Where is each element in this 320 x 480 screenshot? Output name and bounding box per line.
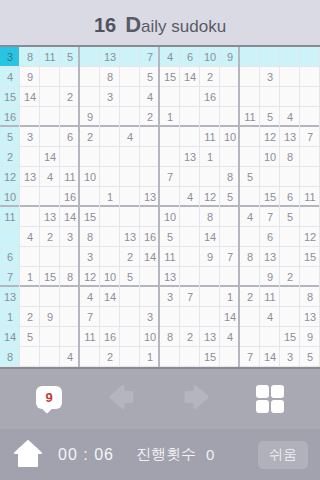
cell-r15c16[interactable]: 9 bbox=[300, 327, 320, 347]
cell-r6c14[interactable]: 10 bbox=[260, 147, 280, 167]
cell-r10c7[interactable]: 13 bbox=[120, 227, 140, 247]
cell-r8c3[interactable] bbox=[40, 187, 60, 207]
cell-r16c15[interactable]: 3 bbox=[280, 347, 300, 367]
cell-r9c5[interactable]: 15 bbox=[80, 207, 100, 227]
cell-r7c3[interactable]: 4 bbox=[40, 167, 60, 187]
cell-r5c11[interactable]: 11 bbox=[200, 127, 220, 147]
cell-r11c3[interactable] bbox=[40, 247, 60, 267]
cell-r15c8[interactable]: 10 bbox=[140, 327, 160, 347]
cell-r12c7[interactable]: 5 bbox=[120, 267, 140, 287]
cell-r10c4[interactable]: 3 bbox=[60, 227, 80, 247]
cell-r16c3[interactable] bbox=[40, 347, 60, 367]
cell-r7c1[interactable]: 12 bbox=[0, 167, 20, 187]
cell-r11c6[interactable] bbox=[100, 247, 120, 267]
cell-r13c7[interactable] bbox=[120, 287, 140, 307]
cell-r14c5[interactable]: 7 bbox=[80, 307, 100, 327]
cell-r6c12[interactable] bbox=[220, 147, 240, 167]
cell-r11c9[interactable]: 11 bbox=[160, 247, 180, 267]
cell-r1c2[interactable]: 8 bbox=[20, 47, 40, 67]
cell-r9c3[interactable]: 13 bbox=[40, 207, 60, 227]
page-title: 16 D aily sudoku bbox=[94, 12, 226, 38]
cell-r14c2[interactable]: 2 bbox=[20, 307, 40, 327]
cell-r10c13[interactable] bbox=[240, 227, 260, 247]
cell-r6c8[interactable] bbox=[140, 147, 160, 167]
cell-r5c7[interactable]: 4 bbox=[120, 127, 140, 147]
cell-r9c9[interactable]: 10 bbox=[160, 207, 180, 227]
cell-r16c13[interactable]: 7 bbox=[240, 347, 260, 367]
cell-r7c13[interactable]: 5 bbox=[240, 167, 260, 187]
cell-r7c4[interactable]: 11 bbox=[60, 167, 80, 187]
cell-r15c14[interactable] bbox=[260, 327, 280, 347]
arrow-left-icon bbox=[108, 383, 136, 415]
cell-r2c14[interactable]: 3 bbox=[260, 67, 280, 87]
cell-r6c7[interactable] bbox=[120, 147, 140, 167]
cell-r3c15[interactable] bbox=[280, 87, 300, 107]
cell-r5c10[interactable] bbox=[180, 127, 200, 147]
cell-r2c1[interactable]: 4 bbox=[0, 67, 20, 87]
cell-r16c9[interactable] bbox=[160, 347, 180, 367]
cell-r13c13[interactable]: 2 bbox=[240, 287, 260, 307]
cell-r16c7[interactable] bbox=[120, 347, 140, 367]
cell-r5c4[interactable]: 6 bbox=[60, 127, 80, 147]
cell-r14c4[interactable] bbox=[60, 307, 80, 327]
cell-r14c13[interactable] bbox=[240, 307, 260, 327]
cell-r16c5[interactable] bbox=[80, 347, 100, 367]
cell-r3c6[interactable]: 3 bbox=[100, 87, 120, 107]
cell-r10c1[interactable] bbox=[0, 227, 20, 247]
cell-r11c2[interactable] bbox=[20, 247, 40, 267]
cell-r5c13[interactable] bbox=[240, 127, 260, 147]
cell-r16c10[interactable] bbox=[180, 347, 200, 367]
cell-r6c2[interactable] bbox=[20, 147, 40, 167]
cell-r12c12[interactable] bbox=[220, 267, 240, 287]
cell-r11c13[interactable]: 8 bbox=[240, 247, 260, 267]
cell-r12c10[interactable] bbox=[180, 267, 200, 287]
cell-r8c8[interactable]: 13 bbox=[140, 187, 160, 207]
home-button[interactable] bbox=[12, 439, 44, 471]
cell-r7c7[interactable] bbox=[120, 167, 140, 187]
cell-r12c5[interactable]: 12 bbox=[80, 267, 100, 287]
cell-r6c10[interactable]: 13 bbox=[180, 147, 200, 167]
cell-r1c7[interactable] bbox=[120, 47, 140, 67]
app-header: 16 D aily sudoku bbox=[0, 0, 320, 45]
cell-r3c4[interactable]: 2 bbox=[60, 87, 80, 107]
cell-r2c6[interactable]: 8 bbox=[100, 67, 120, 87]
cell-r13c14[interactable]: 11 bbox=[260, 287, 280, 307]
cell-r10c8[interactable]: 16 bbox=[140, 227, 160, 247]
cell-r8c9[interactable] bbox=[160, 187, 180, 207]
cell-r12c4[interactable]: 8 bbox=[60, 267, 80, 287]
cell-r11c11[interactable]: 9 bbox=[200, 247, 220, 267]
cell-r14c14[interactable]: 4 bbox=[260, 307, 280, 327]
cell-r2c5[interactable] bbox=[80, 67, 100, 87]
cell-r1c8[interactable]: 7 bbox=[140, 47, 160, 67]
cell-r3c12[interactable] bbox=[220, 87, 240, 107]
cell-r3c9[interactable] bbox=[160, 87, 180, 107]
cell-r9c13[interactable]: 4 bbox=[240, 207, 260, 227]
cell-r1c5[interactable] bbox=[80, 47, 100, 67]
cell-r5c15[interactable]: 13 bbox=[280, 127, 300, 147]
cell-r15c10[interactable]: 2 bbox=[180, 327, 200, 347]
cell-r8c7[interactable] bbox=[120, 187, 140, 207]
title-rest: aily sudoku bbox=[141, 17, 226, 37]
cell-r9c10[interactable] bbox=[180, 207, 200, 227]
cell-r16c12[interactable] bbox=[220, 347, 240, 367]
cell-r6c3[interactable]: 14 bbox=[40, 147, 60, 167]
cell-r4c4[interactable] bbox=[60, 107, 80, 127]
cell-r1c4[interactable]: 5 bbox=[60, 47, 80, 67]
cell-r1c13[interactable] bbox=[240, 47, 260, 67]
cell-r11c12[interactable]: 7 bbox=[220, 247, 240, 267]
cell-r11c1[interactable]: 6 bbox=[0, 247, 20, 267]
cell-r13c10[interactable]: 7 bbox=[180, 287, 200, 307]
redo-arrow-button[interactable] bbox=[182, 385, 210, 413]
cell-r4c13[interactable]: 11 bbox=[240, 107, 260, 127]
cell-r2c13[interactable] bbox=[240, 67, 260, 87]
cell-r4c7[interactable] bbox=[120, 107, 140, 127]
cell-r12c15[interactable]: 2 bbox=[280, 267, 300, 287]
cell-r1c1[interactable]: 3 bbox=[0, 47, 20, 67]
cell-r4c8[interactable]: 2 bbox=[140, 107, 160, 127]
cell-r4c5[interactable]: 9 bbox=[80, 107, 100, 127]
cell-r5c1[interactable]: 5 bbox=[0, 127, 20, 147]
cell-r1c10[interactable]: 6 bbox=[180, 47, 200, 67]
cell-r1c9[interactable]: 4 bbox=[160, 47, 180, 67]
cell-r7c5[interactable]: 10 bbox=[80, 167, 100, 187]
cell-r10c2[interactable]: 4 bbox=[20, 227, 40, 247]
cell-r12c16[interactable] bbox=[300, 267, 320, 287]
cell-r3c1[interactable]: 15 bbox=[0, 87, 20, 107]
cell-r1c6[interactable]: 13 bbox=[100, 47, 120, 67]
cell-r4c6[interactable] bbox=[100, 107, 120, 127]
cell-r4c9[interactable]: 1 bbox=[160, 107, 180, 127]
cell-r5c12[interactable]: 10 bbox=[220, 127, 240, 147]
cell-r14c8[interactable]: 3 bbox=[140, 307, 160, 327]
cell-r2c9[interactable]: 15 bbox=[160, 67, 180, 87]
cell-r12c8[interactable] bbox=[140, 267, 160, 287]
cell-r15c15[interactable]: 15 bbox=[280, 327, 300, 347]
cell-r10c3[interactable]: 2 bbox=[40, 227, 60, 247]
cell-r16c2[interactable] bbox=[20, 347, 40, 367]
undo-arrow-button[interactable] bbox=[108, 385, 136, 413]
cell-r14c12[interactable]: 14 bbox=[220, 307, 240, 327]
cell-r14c6[interactable] bbox=[100, 307, 120, 327]
cell-r13c6[interactable]: 14 bbox=[100, 287, 120, 307]
cell-r11c16[interactable]: 15 bbox=[300, 247, 320, 267]
cell-r6c11[interactable]: 1 bbox=[200, 147, 220, 167]
cell-r11c14[interactable]: 13 bbox=[260, 247, 280, 267]
cell-r7c6[interactable] bbox=[100, 167, 120, 187]
cell-r15c4[interactable] bbox=[60, 327, 80, 347]
cell-r8c11[interactable]: 12 bbox=[200, 187, 220, 207]
timer-text: 00 : 06 bbox=[58, 446, 114, 464]
cell-r7c2[interactable]: 13 bbox=[20, 167, 40, 187]
cell-r7c16[interactable] bbox=[300, 167, 320, 187]
cell-r16c4[interactable]: 4 bbox=[60, 347, 80, 367]
cell-r1c12[interactable]: 9 bbox=[220, 47, 240, 67]
cell-r12c1[interactable]: 7 bbox=[0, 267, 20, 287]
toolbar: 9 bbox=[0, 369, 320, 429]
cell-r4c1[interactable]: 16 bbox=[0, 107, 20, 127]
grid-2x2-icon bbox=[256, 385, 269, 398]
cell-r9c7[interactable] bbox=[120, 207, 140, 227]
cell-r3c13[interactable] bbox=[240, 87, 260, 107]
cell-r4c14[interactable]: 5 bbox=[260, 107, 280, 127]
cell-r8c14[interactable]: 15 bbox=[260, 187, 280, 207]
cell-r10c14[interactable]: 6 bbox=[260, 227, 280, 247]
cell-r12c6[interactable]: 10 bbox=[100, 267, 120, 287]
cell-r5c9[interactable] bbox=[160, 127, 180, 147]
cell-r2c7[interactable] bbox=[120, 67, 140, 87]
cell-r10c12[interactable] bbox=[220, 227, 240, 247]
cell-r9c6[interactable] bbox=[100, 207, 120, 227]
cell-r15c5[interactable]: 11 bbox=[80, 327, 100, 347]
cell-r13c9[interactable]: 3 bbox=[160, 287, 180, 307]
cell-r8c5[interactable] bbox=[80, 187, 100, 207]
cell-r13c5[interactable]: 4 bbox=[80, 287, 100, 307]
cell-r6c13[interactable] bbox=[240, 147, 260, 167]
cell-r8c16[interactable]: 11 bbox=[300, 187, 320, 207]
cell-r16c16[interactable]: 5 bbox=[300, 347, 320, 367]
number-pad-button[interactable] bbox=[256, 385, 284, 413]
cell-r8c6[interactable]: 1 bbox=[100, 187, 120, 207]
cell-r3c3[interactable] bbox=[40, 87, 60, 107]
cell-r9c4[interactable]: 14 bbox=[60, 207, 80, 227]
cell-r15c6[interactable]: 16 bbox=[100, 327, 120, 347]
cell-r7c11[interactable] bbox=[200, 167, 220, 187]
cell-r15c3[interactable] bbox=[40, 327, 60, 347]
cell-r6c15[interactable]: 8 bbox=[280, 147, 300, 167]
cell-r13c11[interactable] bbox=[200, 287, 220, 307]
cell-r5c14[interactable]: 12 bbox=[260, 127, 280, 147]
cell-r15c11[interactable]: 13 bbox=[200, 327, 220, 347]
cell-r16c11[interactable]: 15 bbox=[200, 347, 220, 367]
cell-r9c15[interactable]: 5 bbox=[280, 207, 300, 227]
cell-r15c12[interactable]: 4 bbox=[220, 327, 240, 347]
cell-r12c11[interactable] bbox=[200, 267, 220, 287]
cell-r13c1[interactable]: 13 bbox=[0, 287, 20, 307]
cell-r13c15[interactable] bbox=[280, 287, 300, 307]
cell-r3c2[interactable]: 14 bbox=[20, 87, 40, 107]
cell-r5c16[interactable]: 7 bbox=[300, 127, 320, 147]
cell-r12c3[interactable]: 15 bbox=[40, 267, 60, 287]
cell-r16c1[interactable]: 8 bbox=[0, 347, 20, 367]
cell-r11c4[interactable] bbox=[60, 247, 80, 267]
cell-r10c16[interactable]: 12 bbox=[300, 227, 320, 247]
cell-r7c9[interactable]: 7 bbox=[160, 167, 180, 187]
cell-r7c8[interactable] bbox=[140, 167, 160, 187]
cell-r2c12[interactable] bbox=[220, 67, 240, 87]
cell-r14c7[interactable] bbox=[120, 307, 140, 327]
cell-r15c2[interactable]: 5 bbox=[20, 327, 40, 347]
cell-r14c1[interactable]: 1 bbox=[0, 307, 20, 327]
cell-r14c15[interactable] bbox=[280, 307, 300, 327]
cell-r1c3[interactable]: 11 bbox=[40, 47, 60, 67]
cell-r6c16[interactable] bbox=[300, 147, 320, 167]
cell-r9c2[interactable] bbox=[20, 207, 40, 227]
cell-r6c4[interactable] bbox=[60, 147, 80, 167]
cell-r7c15[interactable] bbox=[280, 167, 300, 187]
cell-r4c3[interactable] bbox=[40, 107, 60, 127]
cell-r2c15[interactable] bbox=[280, 67, 300, 87]
cell-r2c16[interactable] bbox=[300, 67, 320, 87]
progress-value: 0 bbox=[206, 446, 214, 463]
cell-r3c7[interactable] bbox=[120, 87, 140, 107]
cell-r9c1[interactable]: 11 bbox=[0, 207, 20, 227]
cell-r13c3[interactable] bbox=[40, 287, 60, 307]
cell-r9c14[interactable]: 7 bbox=[260, 207, 280, 227]
cell-r6c1[interactable]: 2 bbox=[0, 147, 20, 167]
cell-r12c9[interactable]: 13 bbox=[160, 267, 180, 287]
cell-r8c12[interactable]: 5 bbox=[220, 187, 240, 207]
cell-r2c10[interactable]: 14 bbox=[180, 67, 200, 87]
cell-r5c6[interactable] bbox=[100, 127, 120, 147]
cell-r13c4[interactable] bbox=[60, 287, 80, 307]
arrow-right-icon bbox=[182, 383, 210, 415]
cell-r4c11[interactable] bbox=[200, 107, 220, 127]
cell-r5c2[interactable]: 3 bbox=[20, 127, 40, 147]
cell-r12c13[interactable] bbox=[240, 267, 260, 287]
cell-r2c4[interactable] bbox=[60, 67, 80, 87]
title-grid-size: 16 bbox=[94, 14, 116, 37]
cell-r15c1[interactable]: 14 bbox=[0, 327, 20, 347]
cell-r1c15[interactable] bbox=[280, 47, 300, 67]
cell-r9c8[interactable] bbox=[140, 207, 160, 227]
cell-r2c3[interactable] bbox=[40, 67, 60, 87]
cell-r8c4[interactable]: 16 bbox=[60, 187, 80, 207]
cell-r10c6[interactable] bbox=[100, 227, 120, 247]
cell-r10c11[interactable]: 14 bbox=[200, 227, 220, 247]
cell-r16c6[interactable]: 2 bbox=[100, 347, 120, 367]
cell-r1c16[interactable] bbox=[300, 47, 320, 67]
cell-r11c7[interactable]: 2 bbox=[120, 247, 140, 267]
cell-r14c3[interactable]: 9 bbox=[40, 307, 60, 327]
cell-r5c3[interactable] bbox=[40, 127, 60, 147]
cell-r4c15[interactable]: 4 bbox=[280, 107, 300, 127]
cell-r12c14[interactable]: 9 bbox=[260, 267, 280, 287]
cell-r10c15[interactable] bbox=[280, 227, 300, 247]
cell-r4c16[interactable] bbox=[300, 107, 320, 127]
cell-r11c8[interactable]: 14 bbox=[140, 247, 160, 267]
cell-r13c16[interactable]: 8 bbox=[300, 287, 320, 307]
cell-r13c8[interactable] bbox=[140, 287, 160, 307]
cell-r12c2[interactable]: 1 bbox=[20, 267, 40, 287]
cell-r15c13[interactable] bbox=[240, 327, 260, 347]
cell-r4c12[interactable] bbox=[220, 107, 240, 127]
cell-r16c14[interactable]: 14 bbox=[260, 347, 280, 367]
cell-r6c6[interactable] bbox=[100, 147, 120, 167]
cell-r4c2[interactable] bbox=[20, 107, 40, 127]
cell-r10c10[interactable] bbox=[180, 227, 200, 247]
cell-r11c10[interactable] bbox=[180, 247, 200, 267]
cell-r11c15[interactable] bbox=[280, 247, 300, 267]
cell-r13c12[interactable]: 1 bbox=[220, 287, 240, 307]
cell-r1c14[interactable] bbox=[260, 47, 280, 67]
cell-r2c11[interactable]: 2 bbox=[200, 67, 220, 87]
cell-r10c5[interactable]: 8 bbox=[80, 227, 100, 247]
cell-r3c8[interactable]: 4 bbox=[140, 87, 160, 107]
cell-r9c11[interactable]: 8 bbox=[200, 207, 220, 227]
cell-r3c5[interactable] bbox=[80, 87, 100, 107]
cell-r13c2[interactable] bbox=[20, 287, 40, 307]
cell-r9c12[interactable] bbox=[220, 207, 240, 227]
status-bar: 00 : 06 진행횟수 0 쉬움 bbox=[0, 429, 320, 480]
cell-r14c16[interactable]: 13 bbox=[300, 307, 320, 327]
cell-r8c2[interactable] bbox=[20, 187, 40, 207]
cell-r3c10[interactable] bbox=[180, 87, 200, 107]
home-icon bbox=[13, 438, 43, 472]
cell-r2c2[interactable]: 9 bbox=[20, 67, 40, 87]
cell-r6c5[interactable] bbox=[80, 147, 100, 167]
cell-r3c16[interactable] bbox=[300, 87, 320, 107]
cell-r9c16[interactable] bbox=[300, 207, 320, 227]
cell-r8c10[interactable]: 4 bbox=[180, 187, 200, 207]
cell-r8c1[interactable]: 10 bbox=[0, 187, 20, 207]
cell-r8c15[interactable]: 6 bbox=[280, 187, 300, 207]
cell-r7c12[interactable]: 8 bbox=[220, 167, 240, 187]
cell-r6c9[interactable] bbox=[160, 147, 180, 167]
cell-r4c10[interactable] bbox=[180, 107, 200, 127]
cell-r14c9[interactable] bbox=[160, 307, 180, 327]
hint-count-badge[interactable]: 9 bbox=[36, 386, 62, 409]
progress-label: 진행횟수 bbox=[136, 445, 196, 464]
cell-r5c5[interactable]: 2 bbox=[80, 127, 100, 147]
cell-r2c8[interactable]: 5 bbox=[140, 67, 160, 87]
cell-r10c9[interactable]: 5 bbox=[160, 227, 180, 247]
sudoku-board: 3811513746109498515142315142341616921115… bbox=[0, 45, 320, 369]
cell-r15c7[interactable] bbox=[120, 327, 140, 347]
cell-r14c11[interactable] bbox=[200, 307, 220, 327]
cell-r11c5[interactable]: 3 bbox=[80, 247, 100, 267]
cell-r1c11[interactable]: 10 bbox=[200, 47, 220, 67]
cell-r5c8[interactable] bbox=[140, 127, 160, 147]
cell-r15c9[interactable]: 8 bbox=[160, 327, 180, 347]
cell-r7c10[interactable] bbox=[180, 167, 200, 187]
cell-r3c11[interactable]: 16 bbox=[200, 87, 220, 107]
difficulty-button[interactable]: 쉬움 bbox=[258, 441, 308, 469]
cell-r16c8[interactable]: 1 bbox=[140, 347, 160, 367]
cell-r14c10[interactable] bbox=[180, 307, 200, 327]
hint-count-label: 9 bbox=[45, 390, 52, 405]
cell-r3c14[interactable] bbox=[260, 87, 280, 107]
cell-r7c14[interactable] bbox=[260, 167, 280, 187]
title-cap: D bbox=[125, 12, 141, 38]
cell-r8c13[interactable] bbox=[240, 187, 260, 207]
